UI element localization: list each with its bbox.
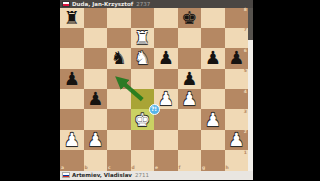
file-label-f: f <box>179 166 181 171</box>
letterbox-right <box>253 0 320 180</box>
square-b4[interactable]: ♟ <box>84 89 108 109</box>
rank-label-5: 5 <box>244 69 247 74</box>
letterbox-left <box>0 0 60 180</box>
square-d3[interactable]: ♚ <box>131 109 155 129</box>
square-e7[interactable] <box>154 28 178 48</box>
file-label-h: h <box>226 166 229 171</box>
square-e5[interactable] <box>154 69 178 89</box>
square-f4[interactable]: ♟ <box>178 89 202 109</box>
black-player-name: Duda, Jan-Krzysztof <box>72 1 133 7</box>
square-f5[interactable]: ♟ <box>178 69 202 89</box>
square-f8[interactable]: ♚ <box>178 8 202 28</box>
square-d4[interactable] <box>131 89 155 109</box>
square-a8[interactable]: ♜ <box>60 8 84 28</box>
square-a4[interactable] <box>60 89 84 109</box>
rank-label-4: 4 <box>244 90 247 95</box>
square-h1[interactable]: 1h <box>225 150 249 170</box>
square-e6[interactable]: ♟ <box>154 48 178 68</box>
square-h8[interactable]: 8 <box>225 8 249 28</box>
chess-board[interactable]: ♜♚8♜7♞♞♟♟6♟♟♟5♟♟♟4♚♟3♟♟2♟abcdefg1h <box>60 8 248 171</box>
white-pawn: ♟ <box>60 130 84 150</box>
square-c3[interactable] <box>107 109 131 129</box>
black-pawn: ♟ <box>60 69 84 89</box>
file-label-g: g <box>202 166 205 171</box>
square-b8[interactable] <box>84 8 108 28</box>
square-e4[interactable]: ♟ <box>154 89 178 109</box>
square-g6[interactable]: ♟ <box>201 48 225 68</box>
square-a3[interactable] <box>60 109 84 129</box>
square-a5[interactable]: ♟ <box>60 69 84 89</box>
rank-label-7: 7 <box>244 28 247 33</box>
square-h6[interactable]: 6♟ <box>225 48 249 68</box>
square-g2[interactable] <box>201 130 225 150</box>
rank-label-8: 8 <box>244 8 247 13</box>
square-c7[interactable] <box>107 28 131 48</box>
square-h4[interactable]: 4 <box>225 89 249 109</box>
black-knight: ♞ <box>107 48 131 68</box>
square-d5[interactable] <box>131 69 155 89</box>
square-g7[interactable] <box>201 28 225 48</box>
square-g5[interactable] <box>201 69 225 89</box>
square-h3[interactable]: 3 <box>225 109 249 129</box>
square-c2[interactable] <box>107 130 131 150</box>
black-pawn: ♟ <box>201 48 225 68</box>
square-e3[interactable] <box>154 109 178 129</box>
black-pawn: ♟ <box>84 89 108 109</box>
square-c1[interactable]: c <box>107 150 131 170</box>
square-d6[interactable]: ♞ <box>131 48 155 68</box>
white-player-rating: 2711 <box>135 172 149 178</box>
white-rook: ♜ <box>131 28 155 48</box>
square-f3[interactable] <box>178 109 202 129</box>
black-rook: ♜ <box>60 8 84 28</box>
square-c5[interactable] <box>107 69 131 89</box>
white-king: ♚ <box>131 109 155 129</box>
rank-label-3: 3 <box>244 110 247 115</box>
square-g4[interactable] <box>201 89 225 109</box>
white-knight: ♞ <box>131 48 155 68</box>
square-e8[interactable] <box>154 8 178 28</box>
square-g3[interactable]: ♟ <box>201 109 225 129</box>
player-bar-white: Artemiev, Vladislav 2711 <box>60 171 253 181</box>
square-a2[interactable]: ♟ <box>60 130 84 150</box>
square-d2[interactable] <box>131 130 155 150</box>
poland-flag <box>63 2 69 6</box>
square-a6[interactable] <box>60 48 84 68</box>
file-label-e: e <box>155 166 158 171</box>
square-b1[interactable]: b <box>84 150 108 170</box>
square-b5[interactable] <box>84 69 108 89</box>
white-pawn: ♟ <box>154 89 178 109</box>
broadcast-frame: Duda, Jan-Krzysztof 2737 ♜♚8♜7♞♞♟♟6♟♟♟5♟… <box>0 0 320 180</box>
square-c4[interactable] <box>107 89 131 109</box>
white-pawn: ♟ <box>201 109 225 129</box>
file-label-b: b <box>85 166 88 171</box>
file-label-c: c <box>108 166 111 171</box>
square-e1[interactable]: e <box>154 150 178 170</box>
square-g8[interactable] <box>201 8 225 28</box>
square-g1[interactable]: g <box>201 150 225 170</box>
square-c8[interactable] <box>107 8 131 28</box>
square-f1[interactable]: f <box>178 150 202 170</box>
rank-label-1: 1 <box>244 151 247 156</box>
square-h5[interactable]: 5 <box>225 69 249 89</box>
rank-label-2: 2 <box>244 130 247 135</box>
board-panel: Duda, Jan-Krzysztof 2737 ♜♚8♜7♞♞♟♟6♟♟♟5♟… <box>60 0 253 180</box>
square-d1[interactable]: d <box>131 150 155 170</box>
black-player-rating: 2737 <box>136 1 150 7</box>
white-pawn: ♟ <box>178 89 202 109</box>
white-pawn: ♟ <box>84 130 108 150</box>
square-d8[interactable] <box>131 8 155 28</box>
square-b6[interactable] <box>84 48 108 68</box>
square-f2[interactable] <box>178 130 202 150</box>
russia-flag <box>63 173 69 177</box>
square-a1[interactable]: a <box>60 150 84 170</box>
square-b7[interactable] <box>84 28 108 48</box>
square-h2[interactable]: 2♟ <box>225 130 249 150</box>
player-bar-black: Duda, Jan-Krzysztof 2737 <box>60 0 253 8</box>
square-f7[interactable] <box>178 28 202 48</box>
square-h7[interactable]: 7 <box>225 28 249 48</box>
square-d7[interactable]: ♜ <box>131 28 155 48</box>
file-label-d: d <box>132 166 135 171</box>
white-player-name: Artemiev, Vladislav <box>72 172 132 178</box>
square-e2[interactable] <box>154 130 178 150</box>
square-c6[interactable]: ♞ <box>107 48 131 68</box>
square-a7[interactable] <box>60 28 84 48</box>
black-pawn: ♟ <box>154 48 178 68</box>
square-b3[interactable] <box>84 109 108 129</box>
file-label-a: a <box>61 166 64 171</box>
rank-label-6: 6 <box>244 49 247 54</box>
black-pawn: ♟ <box>178 69 202 89</box>
square-f6[interactable] <box>178 48 202 68</box>
square-b2[interactable]: ♟ <box>84 130 108 150</box>
black-king: ♚ <box>178 8 202 28</box>
